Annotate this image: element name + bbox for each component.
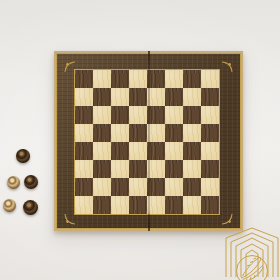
square-f7 <box>165 88 183 106</box>
wooden-piece-light-2 <box>3 199 16 212</box>
square-f8 <box>165 70 183 88</box>
square-e1 <box>147 196 165 214</box>
square-h6 <box>201 106 219 124</box>
wooden-piece-dark-3 <box>23 200 38 215</box>
square-c2 <box>111 178 129 196</box>
square-h3 <box>201 160 219 178</box>
square-c6 <box>111 106 129 124</box>
square-a5 <box>75 124 93 142</box>
square-g6 <box>183 106 201 124</box>
square-e5 <box>147 124 165 142</box>
square-b8 <box>93 70 111 88</box>
corner-ornament-icon <box>221 61 233 73</box>
square-c4 <box>111 142 129 160</box>
square-a3 <box>75 160 93 178</box>
square-c7 <box>111 88 129 106</box>
square-g3 <box>183 160 201 178</box>
photo-scene <box>0 0 280 280</box>
square-d2 <box>129 178 147 196</box>
square-f2 <box>165 178 183 196</box>
square-b7 <box>93 88 111 106</box>
square-f4 <box>165 142 183 160</box>
square-e2 <box>147 178 165 196</box>
square-f6 <box>165 106 183 124</box>
square-a6 <box>75 106 93 124</box>
square-c8 <box>111 70 129 88</box>
square-e3 <box>147 160 165 178</box>
board-frame <box>56 53 241 229</box>
square-c1 <box>111 196 129 214</box>
square-h2 <box>201 178 219 196</box>
square-h1 <box>201 196 219 214</box>
wooden-piece-dark-2 <box>24 175 38 189</box>
square-a1 <box>75 196 93 214</box>
square-c3 <box>111 160 129 178</box>
chess-board <box>54 51 243 231</box>
square-b3 <box>93 160 111 178</box>
square-d8 <box>129 70 147 88</box>
square-f1 <box>165 196 183 214</box>
square-b2 <box>93 178 111 196</box>
square-g5 <box>183 124 201 142</box>
wooden-piece-light-1 <box>7 176 20 189</box>
square-d4 <box>129 142 147 160</box>
square-b1 <box>93 196 111 214</box>
square-h8 <box>201 70 219 88</box>
square-a2 <box>75 178 93 196</box>
square-g2 <box>183 178 201 196</box>
square-d3 <box>129 160 147 178</box>
square-h5 <box>201 124 219 142</box>
square-h4 <box>201 142 219 160</box>
square-e7 <box>147 88 165 106</box>
square-c5 <box>111 124 129 142</box>
square-b5 <box>93 124 111 142</box>
square-b4 <box>93 142 111 160</box>
square-e8 <box>147 70 165 88</box>
brand-watermark-logo <box>222 227 280 280</box>
square-b6 <box>93 106 111 124</box>
square-d6 <box>129 106 147 124</box>
square-a4 <box>75 142 93 160</box>
square-f5 <box>165 124 183 142</box>
square-a8 <box>75 70 93 88</box>
square-f3 <box>165 160 183 178</box>
square-g4 <box>183 142 201 160</box>
square-a7 <box>75 88 93 106</box>
board-field <box>74 69 220 215</box>
square-e6 <box>147 106 165 124</box>
square-d5 <box>129 124 147 142</box>
wooden-piece-dark-1 <box>16 149 30 163</box>
square-g8 <box>183 70 201 88</box>
square-d1 <box>129 196 147 214</box>
square-h7 <box>201 88 219 106</box>
corner-ornament-icon <box>221 213 233 225</box>
square-d7 <box>129 88 147 106</box>
square-g7 <box>183 88 201 106</box>
square-e4 <box>147 142 165 160</box>
square-g1 <box>183 196 201 214</box>
